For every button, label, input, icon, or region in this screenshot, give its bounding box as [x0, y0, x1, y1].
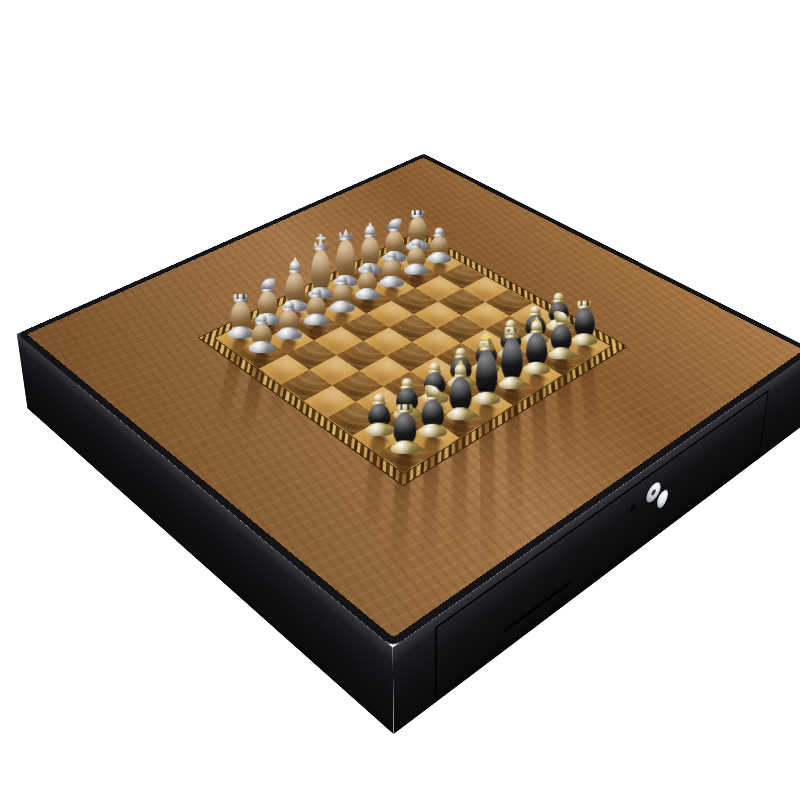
piece-reflection — [479, 405, 496, 581]
mosaic-border — [198, 231, 628, 487]
scene — [0, 0, 800, 800]
piece-base — [446, 410, 474, 421]
piece-reflection — [578, 345, 603, 443]
piece-white-pawn[interactable] — [427, 228, 451, 263]
piece-base — [355, 290, 380, 300]
piece-base — [390, 443, 419, 454]
piece-base — [330, 303, 356, 313]
piece-base — [380, 278, 405, 288]
piece-black-knight[interactable] — [418, 384, 447, 437]
piece-white-pawn[interactable] — [380, 251, 405, 287]
chess-board — [215, 239, 610, 473]
piece-base — [249, 343, 276, 353]
piece-white-pawn[interactable] — [404, 239, 429, 275]
piece-black-knight[interactable] — [548, 310, 575, 360]
piece-body — [311, 250, 330, 292]
piece-base — [276, 329, 302, 339]
piece-base — [498, 379, 526, 390]
piece-black-bishop[interactable] — [523, 320, 550, 374]
piece-black-rook[interactable] — [390, 404, 419, 454]
piece-base — [548, 349, 575, 359]
piece-base — [472, 394, 500, 405]
piece-base — [404, 266, 429, 275]
piece-white-pawn[interactable] — [249, 315, 276, 354]
piece-reflection — [530, 374, 552, 500]
piece-white-pawn[interactable] — [355, 263, 380, 300]
piece-body — [336, 240, 355, 279]
piece-black-rook[interactable] — [571, 301, 597, 346]
piece-reflection — [505, 389, 526, 542]
piece-reflection — [554, 360, 578, 472]
piece-black-queen[interactable] — [498, 325, 526, 389]
piece-white-pawn[interactable] — [276, 301, 302, 339]
piece-black-king[interactable] — [472, 333, 500, 404]
piece-black-bishop[interactable] — [446, 364, 474, 421]
wood-margin — [27, 158, 800, 638]
piece-base — [427, 254, 451, 263]
piece-body — [501, 337, 522, 381]
piece-body — [476, 350, 498, 396]
product-photo — [0, 0, 800, 800]
piece-reflection — [389, 454, 412, 577]
piece-white-pawn[interactable] — [303, 288, 329, 326]
piece-base — [418, 426, 447, 437]
piece-body — [526, 332, 547, 366]
piece-base — [523, 364, 550, 374]
piece-base — [571, 335, 597, 345]
piece-base — [303, 316, 329, 326]
piece-white-pawn[interactable] — [330, 275, 356, 312]
board-top — [17, 154, 800, 648]
